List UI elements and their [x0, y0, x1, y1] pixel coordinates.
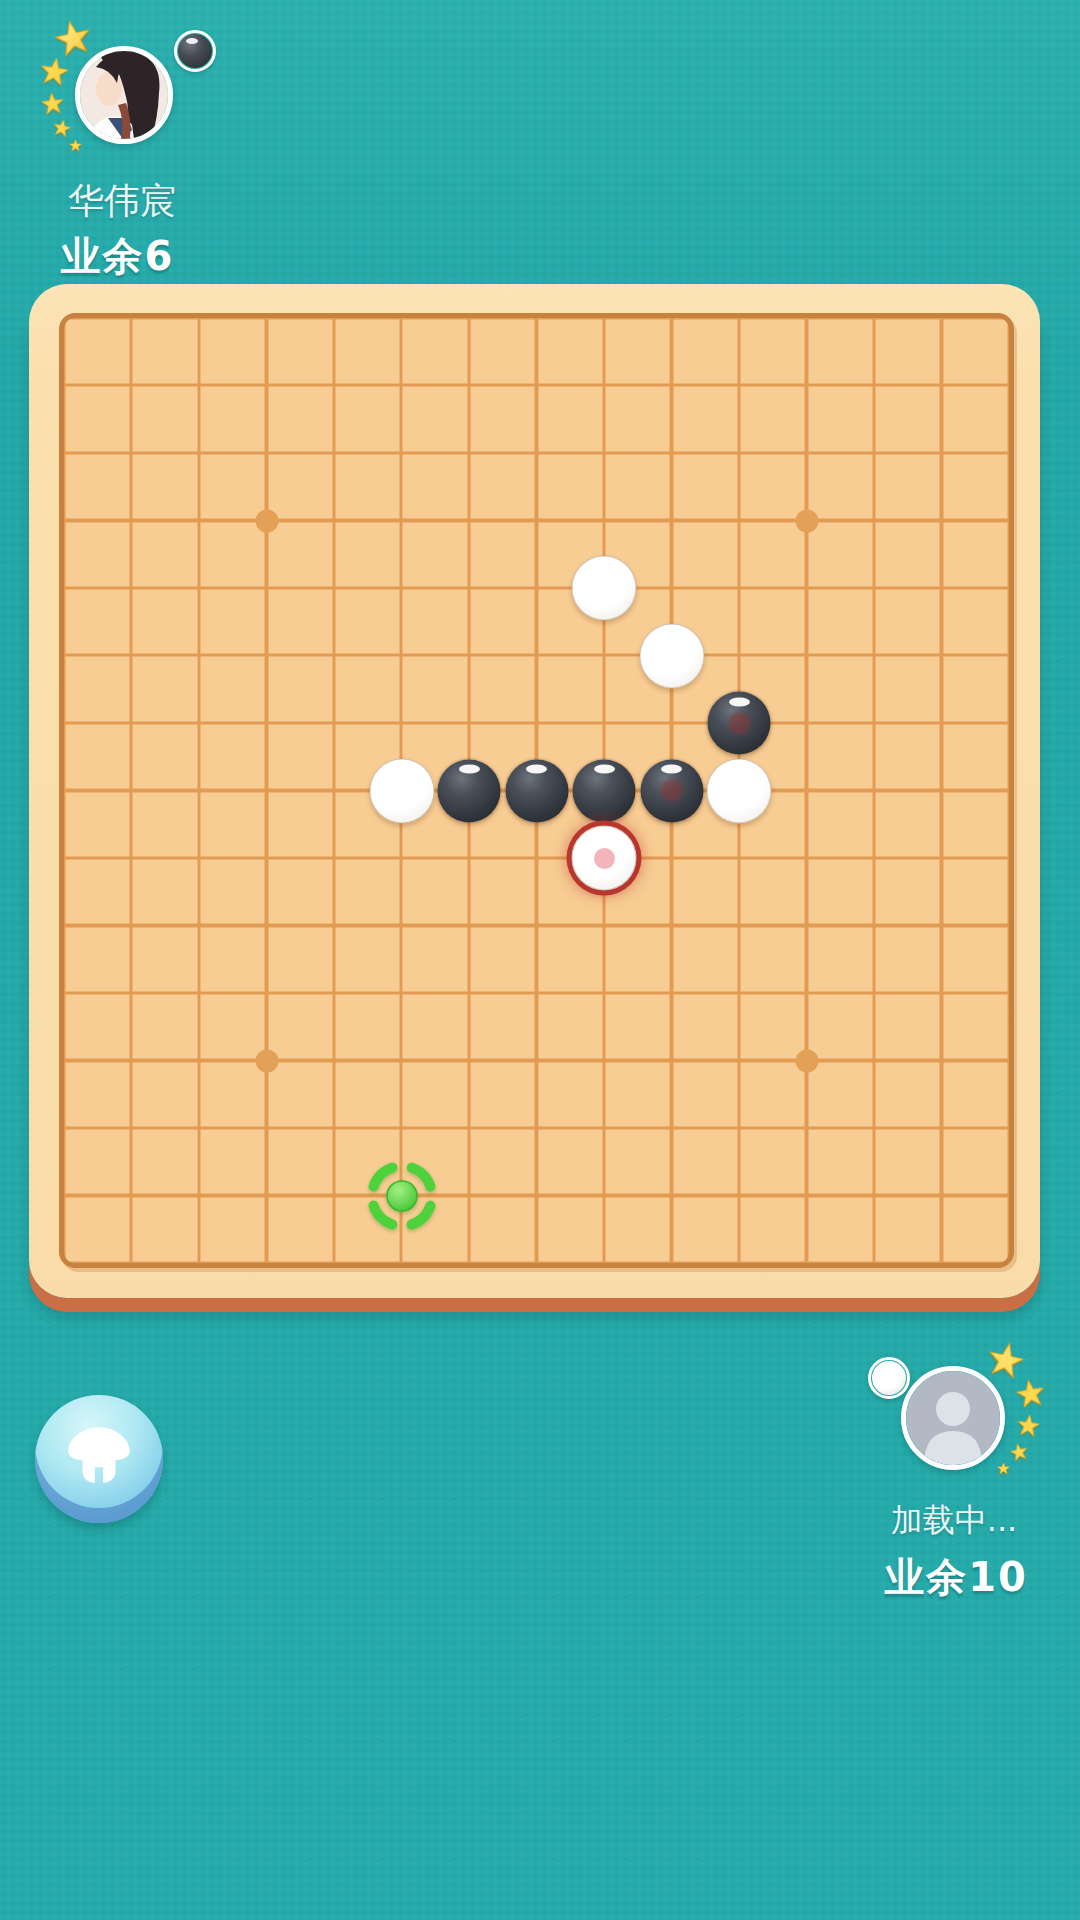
move-cursor-marker[interactable] — [360, 1154, 444, 1238]
board-grid[interactable] — [59, 313, 1014, 1268]
game-screen: 华伟宸 业余6 — [0, 0, 1080, 1920]
placeholder-person-icon — [906, 1371, 1000, 1465]
player-black-avatar[interactable] — [75, 46, 173, 144]
star-icon — [69, 139, 82, 152]
star-icon — [51, 117, 72, 138]
star-icon — [1016, 1413, 1042, 1439]
black-stone-icon — [174, 30, 216, 72]
player-white-rank: 业余10 — [836, 1556, 1076, 1598]
anime-girl-avatar-image — [80, 51, 168, 139]
white-stone-fill — [872, 1361, 906, 1395]
star-icon — [1008, 1441, 1029, 1462]
player-black-name: 华伟宸 — [0, 182, 244, 220]
star-icon — [38, 55, 71, 88]
player-black-rank: 业余6 — [0, 235, 235, 277]
star-icon — [1014, 1377, 1047, 1410]
star-icon — [52, 17, 95, 60]
star-icon — [40, 91, 65, 116]
player-white-avatar[interactable] — [901, 1366, 1005, 1470]
star-icon — [997, 1462, 1010, 1475]
player-black-panel: 华伟宸 业余6 — [0, 0, 300, 300]
stone-gleam — [186, 38, 198, 44]
player-white-name: 加载中... — [834, 1502, 1074, 1538]
home-button[interactable] — [35, 1395, 163, 1523]
player-white-panel: 加载中... 业余10 — [800, 1330, 1080, 1630]
home-icon — [63, 1423, 135, 1489]
gomoku-board — [29, 284, 1040, 1298]
white-stone-icon — [868, 1357, 910, 1399]
star-icon — [985, 1339, 1028, 1382]
